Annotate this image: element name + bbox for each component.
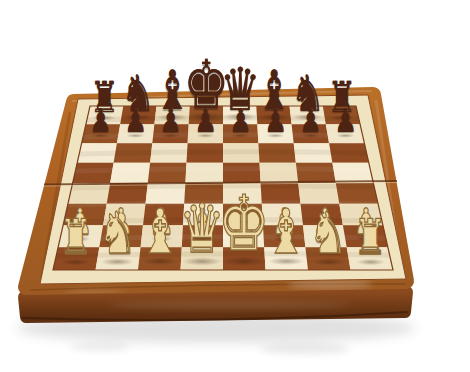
piece-white-rook-a1[interactable]: ♜: [59, 214, 92, 262]
square-c5[interactable]: [148, 163, 187, 183]
piece-black-pawn-d7[interactable]: ♟: [194, 104, 216, 137]
piece-white-king-e1[interactable]: ♚: [218, 186, 270, 262]
square-g5[interactable]: [296, 163, 336, 183]
piece-black-pawn-f7[interactable]: ♟: [264, 104, 286, 137]
piece-white-knight-b1[interactable]: ♞: [98, 205, 137, 262]
piece-white-bishop-c1[interactable]: ♝: [139, 201, 181, 263]
piece-black-pawn-b7[interactable]: ♟: [124, 104, 146, 137]
piece-black-pawn-c7[interactable]: ♟: [159, 104, 181, 137]
piece-black-pawn-g7[interactable]: ♟: [299, 104, 321, 137]
piece-white-bishop-f1[interactable]: ♝: [265, 201, 307, 263]
piece-black-pawn-e7[interactable]: ♟: [229, 104, 251, 137]
piece-white-knight-g1[interactable]: ♞: [309, 205, 348, 262]
piece-white-rook-h1[interactable]: ♜: [354, 214, 387, 262]
chess-set-photo: ♜♞♝♚♛♝♞♜♟♟♟♟♟♟♟♟♟♟♟♟♟♟♟♟♜♞♝♛♚♝♞♜: [0, 0, 470, 372]
square-b5[interactable]: [110, 163, 150, 183]
piece-black-pawn-h7[interactable]: ♟: [334, 104, 356, 137]
square-h5[interactable]: [332, 163, 373, 183]
piece-black-pawn-a7[interactable]: ♟: [89, 104, 111, 137]
